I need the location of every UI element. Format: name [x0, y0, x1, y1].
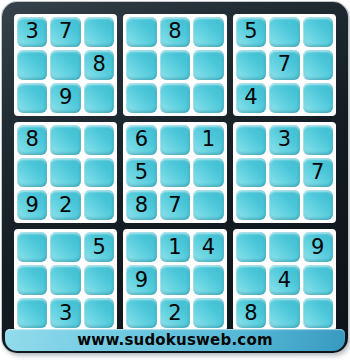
- cell-r2c1[interactable]: [17, 50, 47, 80]
- cell-r3c3[interactable]: [84, 83, 114, 113]
- cell-r3c6[interactable]: [193, 83, 223, 113]
- cell-r9c5[interactable]: 2: [160, 298, 190, 328]
- cell-r7c4[interactable]: [126, 232, 156, 262]
- box-6: 37: [233, 122, 336, 224]
- cell-r4c5[interactable]: [160, 125, 190, 155]
- cell-r6c5[interactable]: 7: [160, 190, 190, 220]
- cell-r9c3[interactable]: [84, 298, 114, 328]
- cell-r5c4[interactable]: 5: [126, 158, 156, 188]
- cell-r8c3[interactable]: [84, 265, 114, 295]
- cell-r7c5[interactable]: 1: [160, 232, 190, 262]
- cell-r5c5[interactable]: [160, 158, 190, 188]
- cell-r3c4[interactable]: [126, 83, 156, 113]
- cell-r4c9[interactable]: [303, 125, 333, 155]
- cell-r5c9[interactable]: 7: [303, 158, 333, 188]
- cell-r3c9[interactable]: [303, 83, 333, 113]
- cell-r3c7[interactable]: 4: [236, 83, 266, 113]
- cell-r2c3[interactable]: 8: [84, 50, 114, 80]
- cell-r2c2[interactable]: [50, 50, 80, 80]
- cell-r2c8[interactable]: 7: [269, 50, 299, 80]
- cell-r5c2[interactable]: [50, 158, 80, 188]
- sudoku-grid: 378985748926158737531492948: [14, 14, 336, 331]
- cell-r6c2[interactable]: 2: [50, 190, 80, 220]
- box-1: 3789: [14, 14, 117, 116]
- cell-r2c6[interactable]: [193, 50, 223, 80]
- cell-r7c1[interactable]: [17, 232, 47, 262]
- cell-r3c2[interactable]: 9: [50, 83, 80, 113]
- cell-r4c3[interactable]: [84, 125, 114, 155]
- cell-r6c9[interactable]: [303, 190, 333, 220]
- cell-r4c4[interactable]: 6: [126, 125, 156, 155]
- cell-r5c8[interactable]: [269, 158, 299, 188]
- cell-r1c2[interactable]: 7: [50, 17, 80, 47]
- cell-r1c8[interactable]: [269, 17, 299, 47]
- cell-r9c2[interactable]: 3: [50, 298, 80, 328]
- page: 378985748926158737531492948 www.sudokusw…: [0, 0, 350, 360]
- cell-r4c6[interactable]: 1: [193, 125, 223, 155]
- cell-r7c2[interactable]: [50, 232, 80, 262]
- cell-r4c8[interactable]: 3: [269, 125, 299, 155]
- cell-r7c9[interactable]: 9: [303, 232, 333, 262]
- box-8: 1492: [123, 229, 226, 331]
- box-7: 53: [14, 229, 117, 331]
- cell-r9c6[interactable]: [193, 298, 223, 328]
- cell-r1c7[interactable]: 5: [236, 17, 266, 47]
- cell-r8c8[interactable]: 4: [269, 265, 299, 295]
- box-2: 8: [123, 14, 226, 116]
- cell-r7c6[interactable]: 4: [193, 232, 223, 262]
- cell-r9c1[interactable]: [17, 298, 47, 328]
- cell-r1c5[interactable]: 8: [160, 17, 190, 47]
- cell-r1c3[interactable]: [84, 17, 114, 47]
- cell-r5c1[interactable]: [17, 158, 47, 188]
- cell-r3c8[interactable]: [269, 83, 299, 113]
- cell-r6c3[interactable]: [84, 190, 114, 220]
- cell-r5c7[interactable]: [236, 158, 266, 188]
- cell-r7c8[interactable]: [269, 232, 299, 262]
- box-3: 574: [233, 14, 336, 116]
- cell-r8c5[interactable]: [160, 265, 190, 295]
- cell-r8c7[interactable]: [236, 265, 266, 295]
- cell-r9c8[interactable]: [269, 298, 299, 328]
- cell-r9c7[interactable]: 8: [236, 298, 266, 328]
- cell-r8c1[interactable]: [17, 265, 47, 295]
- sudoku-board: 378985748926158737531492948 www.sudokusw…: [2, 2, 348, 353]
- cell-r6c6[interactable]: [193, 190, 223, 220]
- cell-r8c4[interactable]: 9: [126, 265, 156, 295]
- cell-r9c4[interactable]: [126, 298, 156, 328]
- cell-r6c8[interactable]: [269, 190, 299, 220]
- cell-r1c1[interactable]: 3: [17, 17, 47, 47]
- box-9: 948: [233, 229, 336, 331]
- cell-r2c9[interactable]: [303, 50, 333, 80]
- box-4: 892: [14, 122, 117, 224]
- cell-r2c7[interactable]: [236, 50, 266, 80]
- cell-r1c9[interactable]: [303, 17, 333, 47]
- cell-r7c3[interactable]: 5: [84, 232, 114, 262]
- cell-r2c5[interactable]: [160, 50, 190, 80]
- cell-r1c4[interactable]: [126, 17, 156, 47]
- site-url[interactable]: www.sudokusweb.com: [77, 331, 272, 349]
- cell-r8c6[interactable]: [193, 265, 223, 295]
- cell-r4c7[interactable]: [236, 125, 266, 155]
- cell-r6c1[interactable]: 9: [17, 190, 47, 220]
- cell-r7c7[interactable]: [236, 232, 266, 262]
- cell-r4c1[interactable]: 8: [17, 125, 47, 155]
- cell-r5c6[interactable]: [193, 158, 223, 188]
- footer-bar: www.sudokusweb.com: [5, 329, 345, 351]
- cell-r3c1[interactable]: [17, 83, 47, 113]
- cell-r6c4[interactable]: 8: [126, 190, 156, 220]
- cell-r2c4[interactable]: [126, 50, 156, 80]
- cell-r6c7[interactable]: [236, 190, 266, 220]
- cell-r9c9[interactable]: [303, 298, 333, 328]
- cell-r4c2[interactable]: [50, 125, 80, 155]
- cell-r8c9[interactable]: [303, 265, 333, 295]
- cell-r5c3[interactable]: [84, 158, 114, 188]
- box-5: 61587: [123, 122, 226, 224]
- cell-r3c5[interactable]: [160, 83, 190, 113]
- cell-r8c2[interactable]: [50, 265, 80, 295]
- cell-r1c6[interactable]: [193, 17, 223, 47]
